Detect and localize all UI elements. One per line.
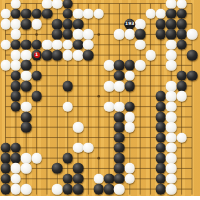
white-stone — [114, 101, 125, 112]
black-stone — [0, 153, 11, 164]
black-stone — [156, 163, 167, 174]
black-stone — [176, 70, 187, 81]
black-stone — [83, 50, 94, 61]
black-stone — [21, 81, 32, 92]
white-stone — [11, 19, 22, 30]
black-stone — [62, 153, 73, 164]
black-stone — [156, 173, 167, 184]
white-stone — [62, 50, 73, 61]
black-stone — [156, 29, 167, 40]
white-stone — [176, 91, 187, 102]
black-stone — [21, 19, 32, 30]
black-stone — [0, 184, 11, 195]
white-stone — [125, 163, 136, 174]
bottom-margin — [0, 196, 200, 200]
white-stone — [114, 184, 125, 195]
white-stone — [114, 81, 125, 92]
white-stone — [166, 184, 177, 195]
black-stone — [156, 153, 167, 164]
black-stone — [0, 173, 11, 184]
white-stone — [166, 173, 177, 184]
black-stone — [156, 132, 167, 143]
red-move-marker: 1 — [34, 52, 40, 58]
black-stone — [11, 143, 22, 154]
white-stone — [31, 19, 42, 30]
white-stone — [176, 132, 187, 143]
white-stone — [156, 9, 167, 20]
white-stone — [83, 9, 94, 20]
black-stone — [0, 143, 11, 154]
white-stone — [62, 39, 73, 50]
white-stone — [21, 101, 32, 112]
black-stone — [52, 50, 63, 61]
white-stone — [166, 112, 177, 123]
black-stone — [62, 173, 73, 184]
white-stone — [83, 29, 94, 40]
black-stone — [156, 143, 167, 154]
white-stone — [166, 60, 177, 71]
white-stone — [73, 50, 84, 61]
white-stone — [166, 0, 177, 9]
white-stone — [166, 50, 177, 61]
white-stone — [11, 173, 22, 184]
white-stone — [11, 29, 22, 40]
black-stone — [156, 19, 167, 30]
black-stone — [73, 184, 84, 195]
white-stone — [125, 112, 136, 123]
black-stone — [21, 122, 32, 133]
black-stone — [42, 9, 53, 20]
white-stone — [145, 9, 156, 20]
black-stone — [114, 143, 125, 154]
black-stone — [156, 101, 167, 112]
black-stone — [166, 19, 177, 30]
black-stone — [21, 39, 32, 50]
black-stone — [52, 19, 63, 30]
white-stone — [166, 132, 177, 143]
white-stone — [0, 60, 11, 71]
go-board[interactable]: 1931 — [0, 0, 200, 196]
black-stone — [62, 0, 73, 9]
black-stone — [21, 60, 32, 71]
black-stone — [104, 184, 115, 195]
black-stone — [62, 9, 73, 20]
black-stone — [114, 70, 125, 81]
black-stone — [135, 29, 146, 40]
black-stone — [104, 173, 115, 184]
black-stone — [114, 112, 125, 123]
white-stone — [31, 153, 42, 164]
black-stone — [73, 39, 84, 50]
white-stone — [73, 9, 84, 20]
black-stone — [156, 91, 167, 102]
black-stone — [21, 9, 32, 20]
black-stone — [62, 29, 73, 40]
black-stone — [156, 184, 167, 195]
white-stone — [73, 143, 84, 154]
white-stone — [73, 29, 84, 40]
white-stone — [11, 60, 22, 71]
white-stone — [104, 101, 115, 112]
black-stone — [42, 50, 53, 61]
black-stone — [187, 70, 198, 81]
black-stone — [11, 153, 22, 164]
white-stone — [104, 81, 115, 92]
black-stone — [21, 112, 32, 123]
white-stone — [93, 9, 104, 20]
black-stone — [125, 60, 136, 71]
white-stone — [11, 184, 22, 195]
white-stone — [42, 39, 53, 50]
black-stone — [176, 81, 187, 92]
white-stone — [176, 0, 187, 9]
black-stone — [93, 184, 104, 195]
white-stone — [0, 39, 11, 50]
white-stone — [62, 101, 73, 112]
black-stone — [11, 9, 22, 20]
white-stone — [125, 70, 136, 81]
white-stone — [135, 19, 146, 30]
black-stone — [114, 173, 125, 184]
black-stone — [114, 122, 125, 133]
black-stone — [125, 81, 136, 92]
white-stone — [125, 122, 136, 133]
white-stone — [93, 173, 104, 184]
white-stone — [166, 91, 177, 102]
black-stone — [31, 39, 42, 50]
black-stone — [114, 132, 125, 143]
go-app-screenshot: 1931 — [0, 0, 200, 200]
black-stone — [125, 101, 136, 112]
white-stone — [166, 81, 177, 92]
white-stone — [83, 143, 94, 154]
white-stone — [0, 9, 11, 20]
black-stone — [176, 39, 187, 50]
black-stone — [31, 70, 42, 81]
black-stone — [31, 91, 42, 102]
white-stone — [166, 101, 177, 112]
white-stone — [21, 153, 32, 164]
white-stone — [166, 153, 177, 164]
white-stone — [21, 184, 32, 195]
white-stone — [21, 70, 32, 81]
white-stone — [52, 39, 63, 50]
white-stone — [11, 0, 22, 9]
black-stone — [73, 19, 84, 30]
black-stone — [62, 81, 73, 92]
black-stone — [62, 19, 73, 30]
black-stone — [11, 101, 22, 112]
white-stone — [0, 19, 11, 30]
white-stone — [166, 122, 177, 133]
black-stone — [176, 29, 187, 40]
black-stone — [187, 50, 198, 61]
white-stone — [21, 163, 32, 174]
white-stone — [135, 60, 146, 71]
black-stone — [31, 9, 42, 20]
white-stone — [114, 29, 125, 40]
white-stone — [166, 143, 177, 154]
white-stone — [187, 29, 198, 40]
white-stone — [52, 0, 63, 9]
white-stone — [21, 50, 32, 61]
white-stone — [104, 60, 115, 71]
black-stone — [166, 9, 177, 20]
black-stone — [0, 163, 11, 174]
white-stone — [73, 122, 84, 133]
black-stone — [114, 60, 125, 71]
black-stone — [11, 70, 22, 81]
white-stone — [125, 29, 136, 40]
black-stone — [11, 39, 22, 50]
white-stone — [145, 50, 156, 61]
white-stone — [11, 50, 22, 61]
white-stone — [166, 163, 177, 174]
white-stone — [166, 39, 177, 50]
black-stone — [156, 112, 167, 123]
white-stone — [135, 39, 146, 50]
white-stone — [125, 173, 136, 184]
white-stone — [83, 39, 94, 50]
black-stone — [156, 122, 167, 133]
black-stone — [176, 9, 187, 20]
black-stone — [73, 163, 84, 174]
black-stone — [176, 19, 187, 30]
black-stone — [52, 163, 63, 174]
black-stone — [11, 81, 22, 92]
black-stone — [114, 163, 125, 174]
black-stone — [73, 173, 84, 184]
move-number-label: 193 — [124, 21, 135, 27]
white-stone — [42, 0, 53, 9]
black-stone — [11, 91, 22, 102]
black-stone — [62, 184, 73, 195]
white-stone — [11, 163, 22, 174]
black-stone — [52, 29, 63, 40]
white-stone — [52, 184, 63, 195]
black-stone — [166, 29, 177, 40]
black-stone — [114, 153, 125, 164]
